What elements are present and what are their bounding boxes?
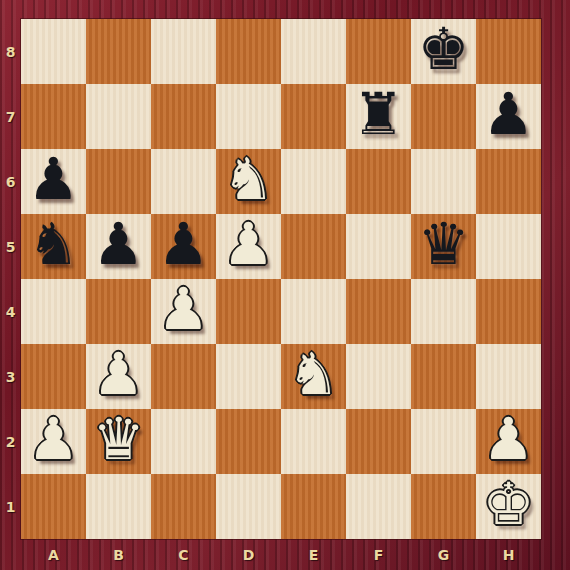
square-f1[interactable] [346, 474, 411, 539]
square-g7[interactable] [411, 84, 476, 149]
square-a5[interactable]: ♞ [21, 214, 86, 279]
piece-white-king[interactable]: ♚ [483, 472, 535, 537]
piece-white-knight[interactable]: ♞ [223, 147, 275, 212]
piece-white-pawn[interactable]: ♟ [223, 212, 275, 277]
square-g4[interactable] [411, 279, 476, 344]
rank-label-3: 3 [0, 344, 21, 409]
square-a8[interactable] [21, 19, 86, 84]
piece-black-pawn[interactable]: ♟ [158, 212, 210, 277]
rank-label-8: 8 [0, 19, 21, 84]
square-h1[interactable]: ♚ [476, 474, 541, 539]
file-label-g: G [411, 541, 476, 568]
square-h6[interactable] [476, 149, 541, 214]
square-c7[interactable] [151, 84, 216, 149]
file-label-a: A [21, 541, 86, 568]
square-e7[interactable] [281, 84, 346, 149]
piece-white-pawn[interactable]: ♟ [93, 342, 145, 407]
square-b8[interactable] [86, 19, 151, 84]
square-c2[interactable] [151, 409, 216, 474]
square-e3[interactable]: ♞ [281, 344, 346, 409]
piece-white-queen[interactable]: ♛ [93, 407, 145, 472]
piece-black-king[interactable]: ♚ [418, 17, 470, 82]
square-b6[interactable] [86, 149, 151, 214]
square-b5[interactable]: ♟ [86, 214, 151, 279]
square-b4[interactable] [86, 279, 151, 344]
rank-label-4: 4 [0, 279, 21, 344]
square-f2[interactable] [346, 409, 411, 474]
square-c6[interactable] [151, 149, 216, 214]
file-label-e: E [281, 541, 346, 568]
file-label-c: C [151, 541, 216, 568]
piece-white-knight[interactable]: ♞ [288, 342, 340, 407]
square-f6[interactable] [346, 149, 411, 214]
file-label-f: F [346, 541, 411, 568]
square-g1[interactable] [411, 474, 476, 539]
square-a7[interactable] [21, 84, 86, 149]
rank-label-1: 1 [0, 474, 21, 539]
piece-black-pawn[interactable]: ♟ [93, 212, 145, 277]
square-g2[interactable] [411, 409, 476, 474]
piece-black-pawn[interactable]: ♟ [28, 147, 80, 212]
square-g3[interactable] [411, 344, 476, 409]
square-c1[interactable] [151, 474, 216, 539]
piece-black-queen[interactable]: ♛ [418, 212, 470, 277]
file-label-d: D [216, 541, 281, 568]
square-h3[interactable] [476, 344, 541, 409]
board-frame: ♚♜♟♟♞♞♟♟♟♛♟♟♞♟♛♟♚ 87654321 ABCDEFGH [0, 0, 570, 570]
piece-white-pawn[interactable]: ♟ [483, 407, 535, 472]
square-b7[interactable] [86, 84, 151, 149]
square-a3[interactable] [21, 344, 86, 409]
square-h2[interactable]: ♟ [476, 409, 541, 474]
piece-white-pawn[interactable]: ♟ [28, 407, 80, 472]
square-e6[interactable] [281, 149, 346, 214]
square-g8[interactable]: ♚ [411, 19, 476, 84]
square-d6[interactable]: ♞ [216, 149, 281, 214]
square-e8[interactable] [281, 19, 346, 84]
square-a6[interactable]: ♟ [21, 149, 86, 214]
square-d8[interactable] [216, 19, 281, 84]
piece-black-knight[interactable]: ♞ [28, 212, 80, 277]
square-c8[interactable] [151, 19, 216, 84]
square-d5[interactable]: ♟ [216, 214, 281, 279]
square-b3[interactable]: ♟ [86, 344, 151, 409]
square-e4[interactable] [281, 279, 346, 344]
square-f3[interactable] [346, 344, 411, 409]
rank-label-2: 2 [0, 409, 21, 474]
square-d4[interactable] [216, 279, 281, 344]
square-h5[interactable] [476, 214, 541, 279]
square-e5[interactable] [281, 214, 346, 279]
square-a1[interactable] [21, 474, 86, 539]
square-c4[interactable]: ♟ [151, 279, 216, 344]
rank-label-7: 7 [0, 84, 21, 149]
square-b2[interactable]: ♛ [86, 409, 151, 474]
square-a2[interactable]: ♟ [21, 409, 86, 474]
square-f5[interactable] [346, 214, 411, 279]
square-f8[interactable] [346, 19, 411, 84]
square-d3[interactable] [216, 344, 281, 409]
rank-label-6: 6 [0, 149, 21, 214]
square-f4[interactable] [346, 279, 411, 344]
file-label-b: B [86, 541, 151, 568]
square-h8[interactable] [476, 19, 541, 84]
square-f7[interactable]: ♜ [346, 84, 411, 149]
square-h4[interactable] [476, 279, 541, 344]
piece-black-pawn[interactable]: ♟ [483, 82, 535, 147]
square-e1[interactable] [281, 474, 346, 539]
square-g5[interactable]: ♛ [411, 214, 476, 279]
square-d2[interactable] [216, 409, 281, 474]
piece-black-rook[interactable]: ♜ [353, 82, 405, 147]
rank-label-5: 5 [0, 214, 21, 279]
square-b1[interactable] [86, 474, 151, 539]
square-d7[interactable] [216, 84, 281, 149]
square-c5[interactable]: ♟ [151, 214, 216, 279]
square-e2[interactable] [281, 409, 346, 474]
chess-board: ♚♜♟♟♞♞♟♟♟♛♟♟♞♟♛♟♚ [21, 19, 541, 539]
square-h7[interactable]: ♟ [476, 84, 541, 149]
square-a4[interactable] [21, 279, 86, 344]
file-label-h: H [476, 541, 541, 568]
square-d1[interactable] [216, 474, 281, 539]
square-c3[interactable] [151, 344, 216, 409]
square-g6[interactable] [411, 149, 476, 214]
piece-white-pawn[interactable]: ♟ [158, 277, 210, 342]
